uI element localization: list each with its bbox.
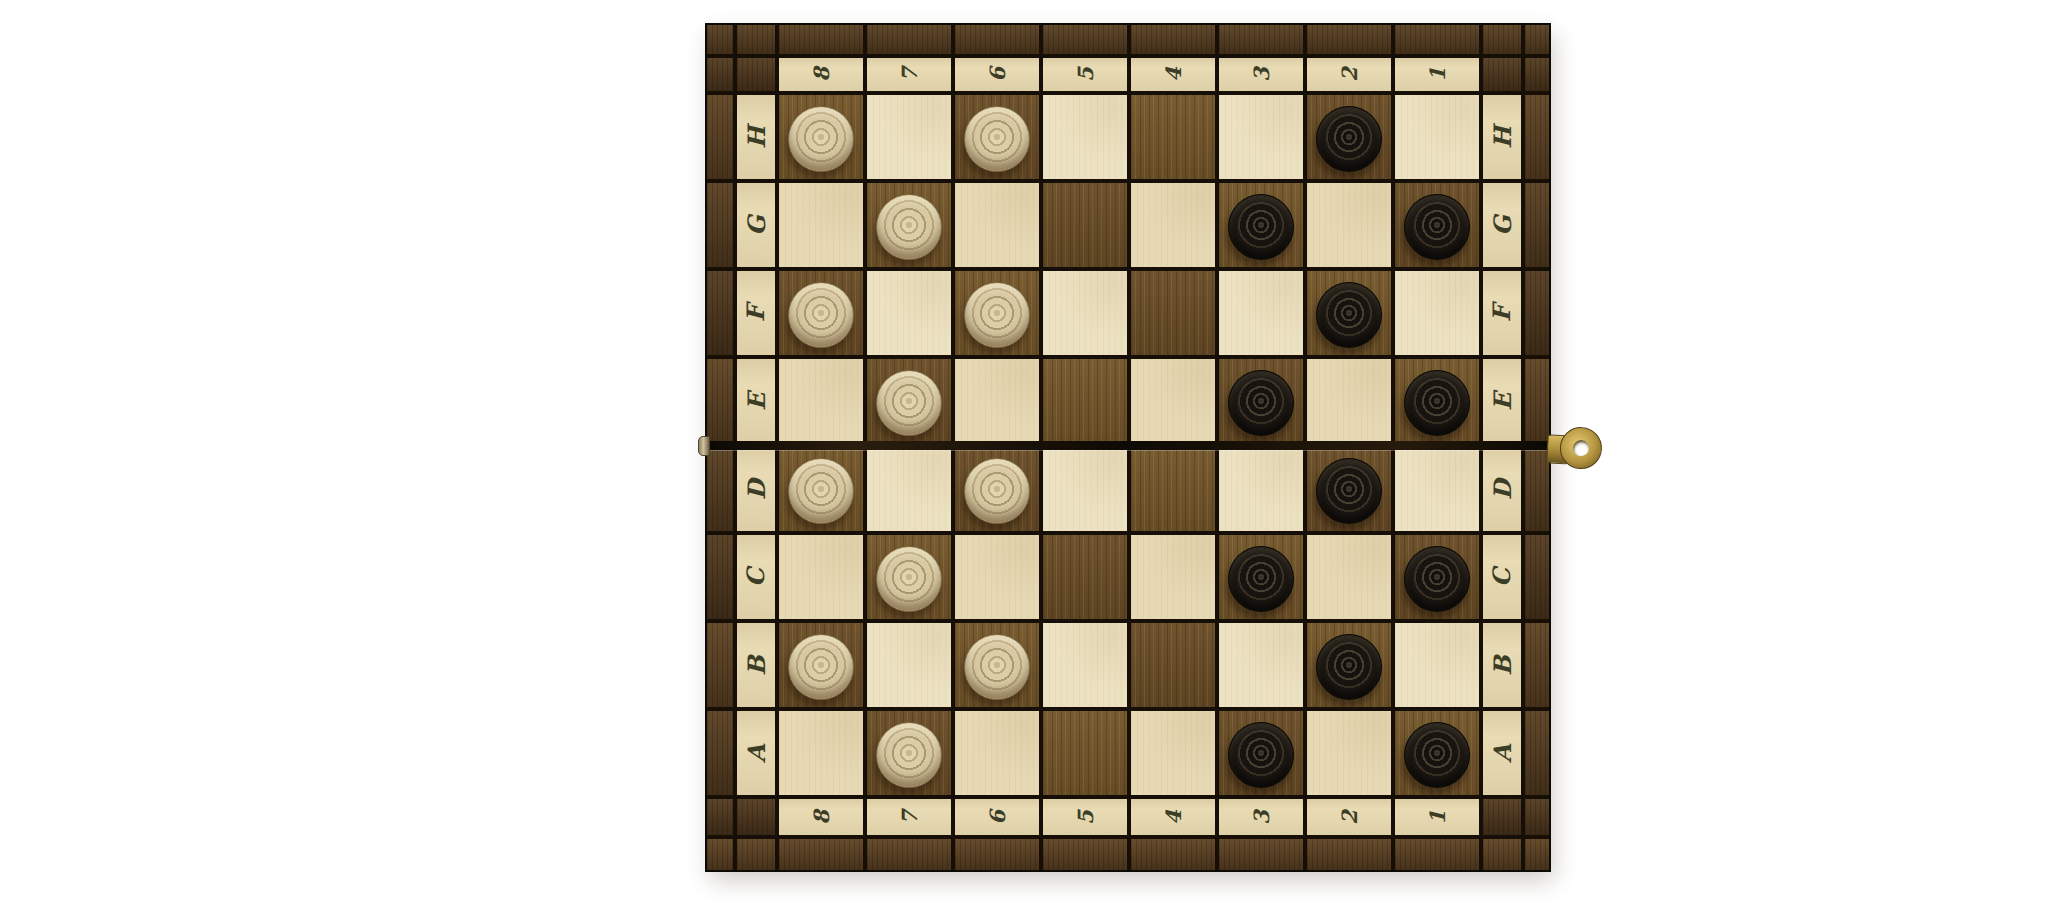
square-d3[interactable] bbox=[1219, 447, 1303, 531]
square-f4[interactable] bbox=[1131, 271, 1215, 355]
square-h2[interactable] bbox=[1307, 95, 1391, 179]
square-d6[interactable] bbox=[955, 447, 1039, 531]
frame-segment bbox=[1525, 359, 1549, 443]
frame-segment bbox=[1131, 839, 1215, 870]
file-label-right-E: E bbox=[1483, 359, 1521, 443]
white-checker-d6[interactable] bbox=[964, 458, 1030, 524]
rank-label-text: 8 bbox=[809, 810, 834, 825]
file-label-left-B: B bbox=[737, 623, 775, 707]
square-f1[interactable] bbox=[1395, 271, 1479, 355]
file-label-text: A bbox=[742, 744, 771, 763]
square-a7[interactable] bbox=[867, 711, 951, 795]
square-f6[interactable] bbox=[955, 271, 1039, 355]
frame-segment bbox=[707, 447, 733, 531]
frame-segment bbox=[1483, 58, 1521, 91]
square-c6[interactable] bbox=[955, 535, 1039, 619]
black-checker-c3[interactable] bbox=[1228, 546, 1294, 612]
square-a1[interactable] bbox=[1395, 711, 1479, 795]
frame-segment bbox=[779, 839, 863, 870]
rank-label-text: 6 bbox=[985, 810, 1010, 825]
rank-label-bottom-7: 7 bbox=[867, 799, 951, 835]
square-d4[interactable] bbox=[1131, 447, 1215, 531]
frame-segment bbox=[1525, 799, 1549, 835]
square-h5[interactable] bbox=[1043, 95, 1127, 179]
rank-label-bottom-3: 3 bbox=[1219, 799, 1303, 835]
white-checker-e7[interactable] bbox=[876, 370, 942, 436]
white-checker-c7[interactable] bbox=[876, 546, 942, 612]
frame-segment bbox=[1525, 839, 1549, 870]
square-e4[interactable] bbox=[1131, 359, 1215, 443]
frame-segment bbox=[707, 359, 733, 443]
frame-segment bbox=[867, 25, 951, 54]
frame-segment bbox=[955, 839, 1039, 870]
square-h4[interactable] bbox=[1131, 95, 1215, 179]
square-g3[interactable] bbox=[1219, 183, 1303, 267]
frame-segment bbox=[1525, 535, 1549, 619]
black-checker-g3[interactable] bbox=[1228, 194, 1294, 260]
file-label-left-E: E bbox=[737, 359, 775, 443]
black-checker-e3[interactable] bbox=[1228, 370, 1294, 436]
square-g4[interactable] bbox=[1131, 183, 1215, 267]
rank-label-top-4: 4 bbox=[1131, 58, 1215, 91]
frame-segment bbox=[737, 25, 775, 54]
frame-segment bbox=[1307, 839, 1391, 870]
frame-segment bbox=[1525, 25, 1549, 54]
file-label-text: D bbox=[1488, 479, 1517, 500]
square-b5[interactable] bbox=[1043, 623, 1127, 707]
frame-segment bbox=[707, 58, 733, 91]
black-checker-b2[interactable] bbox=[1316, 634, 1382, 700]
rank-label-bottom-4: 4 bbox=[1131, 799, 1215, 835]
square-g5[interactable] bbox=[1043, 183, 1127, 267]
black-checker-f2[interactable] bbox=[1316, 282, 1382, 348]
file-label-text: C bbox=[741, 567, 770, 586]
brass-clasp bbox=[1546, 421, 1612, 472]
black-checker-e1[interactable] bbox=[1404, 370, 1470, 436]
black-checker-d2[interactable] bbox=[1316, 458, 1382, 524]
rank-label-text: 2 bbox=[1337, 67, 1362, 82]
square-f8[interactable] bbox=[779, 271, 863, 355]
file-label-text: E bbox=[1487, 392, 1516, 410]
file-label-left-D: D bbox=[737, 447, 775, 531]
square-f2[interactable] bbox=[1307, 271, 1391, 355]
frame-segment bbox=[1525, 183, 1549, 267]
file-label-left-F: F bbox=[737, 271, 775, 355]
rank-label-text: 4 bbox=[1161, 67, 1186, 82]
frame-segment bbox=[707, 271, 733, 355]
square-b8[interactable] bbox=[779, 623, 863, 707]
square-c1[interactable] bbox=[1395, 535, 1479, 619]
square-h6[interactable] bbox=[955, 95, 1039, 179]
file-label-right-F: F bbox=[1483, 271, 1521, 355]
square-a3[interactable] bbox=[1219, 711, 1303, 795]
square-a5[interactable] bbox=[1043, 711, 1127, 795]
hinge-pin bbox=[698, 436, 710, 456]
square-g6[interactable] bbox=[955, 183, 1039, 267]
frame-segment bbox=[1525, 271, 1549, 355]
white-checker-h8[interactable] bbox=[788, 106, 854, 172]
frame-segment bbox=[1307, 25, 1391, 54]
square-c7[interactable] bbox=[867, 535, 951, 619]
frame-segment bbox=[1395, 839, 1479, 870]
rank-label-text: 5 bbox=[1073, 810, 1098, 825]
square-c3[interactable] bbox=[1219, 535, 1303, 619]
rank-label-top-8: 8 bbox=[779, 58, 863, 91]
square-d8[interactable] bbox=[779, 447, 863, 531]
square-b2[interactable] bbox=[1307, 623, 1391, 707]
white-checker-g7[interactable] bbox=[876, 194, 942, 260]
file-label-right-B: B bbox=[1483, 623, 1521, 707]
square-e7[interactable] bbox=[867, 359, 951, 443]
checkers-board: 87654321HHGGFFEEDDCCBBAA87654321 bbox=[707, 25, 1549, 870]
file-label-left-G: G bbox=[737, 183, 775, 267]
square-a6[interactable] bbox=[955, 711, 1039, 795]
frame-segment bbox=[737, 58, 775, 91]
square-f7[interactable] bbox=[867, 271, 951, 355]
rank-label-top-7: 7 bbox=[867, 58, 951, 91]
square-c5[interactable] bbox=[1043, 535, 1127, 619]
frame-segment bbox=[955, 25, 1039, 54]
file-label-text: H bbox=[1488, 126, 1517, 149]
rank-label-text: 5 bbox=[1073, 67, 1098, 82]
rank-label-text: 1 bbox=[1425, 67, 1450, 82]
square-c4[interactable] bbox=[1131, 535, 1215, 619]
square-g7[interactable] bbox=[867, 183, 951, 267]
frame-segment bbox=[707, 839, 733, 870]
file-label-right-D: D bbox=[1483, 447, 1521, 531]
frame-segment bbox=[1483, 839, 1521, 870]
file-label-text: F bbox=[1487, 304, 1516, 321]
file-label-text: G bbox=[742, 215, 771, 236]
frame-segment bbox=[1525, 623, 1549, 707]
white-checker-a7[interactable] bbox=[876, 722, 942, 788]
file-label-text: A bbox=[1488, 744, 1517, 763]
frame-segment bbox=[779, 25, 863, 54]
black-checker-h2[interactable] bbox=[1316, 106, 1382, 172]
frame-segment bbox=[1219, 25, 1303, 54]
rank-label-text: 8 bbox=[809, 67, 834, 82]
rank-label-bottom-1: 1 bbox=[1395, 799, 1479, 835]
square-h1[interactable] bbox=[1395, 95, 1479, 179]
square-c2[interactable] bbox=[1307, 535, 1391, 619]
fold-seam bbox=[704, 441, 1552, 450]
rank-label-text: 1 bbox=[1425, 810, 1450, 825]
file-label-text: H bbox=[742, 126, 771, 149]
frame-segment bbox=[1525, 711, 1549, 795]
file-label-text: D bbox=[742, 479, 771, 500]
black-checker-c1[interactable] bbox=[1404, 546, 1470, 612]
rank-label-bottom-5: 5 bbox=[1043, 799, 1127, 835]
frame-segment bbox=[707, 183, 733, 267]
black-checker-g1[interactable] bbox=[1404, 194, 1470, 260]
frame-segment bbox=[707, 25, 733, 54]
square-e3[interactable] bbox=[1219, 359, 1303, 443]
white-checker-b8[interactable] bbox=[788, 634, 854, 700]
file-label-right-H: H bbox=[1483, 95, 1521, 179]
frame-segment bbox=[707, 535, 733, 619]
white-checker-f6[interactable] bbox=[964, 282, 1030, 348]
rank-label-text: 2 bbox=[1337, 810, 1362, 825]
rank-label-text: 7 bbox=[897, 67, 922, 82]
frame-segment bbox=[707, 623, 733, 707]
frame-segment bbox=[1131, 25, 1215, 54]
frame-segment bbox=[1525, 58, 1549, 91]
file-label-right-A: A bbox=[1483, 711, 1521, 795]
square-a2[interactable] bbox=[1307, 711, 1391, 795]
file-label-left-A: A bbox=[737, 711, 775, 795]
rank-label-top-2: 2 bbox=[1307, 58, 1391, 91]
square-f5[interactable] bbox=[1043, 271, 1127, 355]
square-e6[interactable] bbox=[955, 359, 1039, 443]
rank-label-text: 7 bbox=[897, 810, 922, 825]
frame-segment bbox=[1483, 799, 1521, 835]
square-b6[interactable] bbox=[955, 623, 1039, 707]
file-label-text: E bbox=[741, 392, 770, 410]
rank-label-text: 3 bbox=[1249, 67, 1274, 82]
square-b7[interactable] bbox=[867, 623, 951, 707]
square-e1[interactable] bbox=[1395, 359, 1479, 443]
frame-segment bbox=[707, 711, 733, 795]
file-label-text: C bbox=[1487, 567, 1516, 586]
frame-segment bbox=[1043, 839, 1127, 870]
square-a4[interactable] bbox=[1131, 711, 1215, 795]
file-label-right-G: G bbox=[1483, 183, 1521, 267]
square-c8[interactable] bbox=[779, 535, 863, 619]
square-e8[interactable] bbox=[779, 359, 863, 443]
frame-segment bbox=[737, 799, 775, 835]
square-e5[interactable] bbox=[1043, 359, 1127, 443]
file-label-text: G bbox=[1488, 215, 1517, 236]
frame-segment bbox=[1219, 839, 1303, 870]
rank-label-top-1: 1 bbox=[1395, 58, 1479, 91]
file-label-right-C: C bbox=[1483, 535, 1521, 619]
file-label-left-C: C bbox=[737, 535, 775, 619]
square-d2[interactable] bbox=[1307, 447, 1391, 531]
square-b4[interactable] bbox=[1131, 623, 1215, 707]
frame-segment bbox=[707, 95, 733, 179]
square-g2[interactable] bbox=[1307, 183, 1391, 267]
black-checker-a1[interactable] bbox=[1404, 722, 1470, 788]
frame-segment bbox=[867, 839, 951, 870]
file-label-left-H: H bbox=[737, 95, 775, 179]
square-h7[interactable] bbox=[867, 95, 951, 179]
square-h3[interactable] bbox=[1219, 95, 1303, 179]
rank-label-top-3: 3 bbox=[1219, 58, 1303, 91]
white-checker-b6[interactable] bbox=[964, 634, 1030, 700]
square-e2[interactable] bbox=[1307, 359, 1391, 443]
file-label-text: B bbox=[1487, 655, 1516, 675]
rank-label-text: 3 bbox=[1249, 810, 1274, 825]
frame-segment bbox=[1483, 25, 1521, 54]
frame-segment bbox=[737, 839, 775, 870]
white-checker-h6[interactable] bbox=[964, 106, 1030, 172]
rank-label-bottom-2: 2 bbox=[1307, 799, 1391, 835]
square-g1[interactable] bbox=[1395, 183, 1479, 267]
square-a8[interactable] bbox=[779, 711, 863, 795]
file-label-text: B bbox=[741, 655, 770, 675]
rank-label-text: 4 bbox=[1161, 810, 1186, 825]
rank-label-bottom-8: 8 bbox=[779, 799, 863, 835]
square-h8[interactable] bbox=[779, 95, 863, 179]
white-checker-f8[interactable] bbox=[788, 282, 854, 348]
frame-segment bbox=[1043, 25, 1127, 54]
photo-background: 87654321HHGGFFEEDDCCBBAA87654321 bbox=[0, 0, 2048, 921]
frame-segment bbox=[1395, 25, 1479, 54]
square-b3[interactable] bbox=[1219, 623, 1303, 707]
white-checker-d8[interactable] bbox=[788, 458, 854, 524]
rank-label-top-6: 6 bbox=[955, 58, 1039, 91]
square-d7[interactable] bbox=[867, 447, 951, 531]
square-b1[interactable] bbox=[1395, 623, 1479, 707]
square-d1[interactable] bbox=[1395, 447, 1479, 531]
rank-label-text: 6 bbox=[985, 67, 1010, 82]
square-d5[interactable] bbox=[1043, 447, 1127, 531]
black-checker-a3[interactable] bbox=[1228, 722, 1294, 788]
rank-label-bottom-6: 6 bbox=[955, 799, 1039, 835]
file-label-text: F bbox=[741, 304, 770, 321]
square-g8[interactable] bbox=[779, 183, 863, 267]
rank-label-top-5: 5 bbox=[1043, 58, 1127, 91]
frame-segment bbox=[1525, 95, 1549, 179]
square-f3[interactable] bbox=[1219, 271, 1303, 355]
frame-segment bbox=[707, 799, 733, 835]
